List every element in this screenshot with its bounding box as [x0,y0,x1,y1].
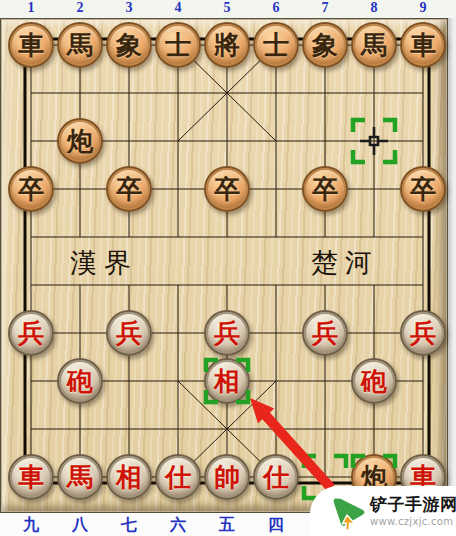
black-piece-卒-f5r4[interactable]: 卒 [204,166,250,212]
black-piece-馬-f8r1[interactable]: 馬 [351,22,397,68]
watermark-logo-icon [330,494,368,532]
black-piece-卒-f7r4[interactable]: 卒 [302,166,348,212]
black-piece-卒-f1r4[interactable]: 卒 [8,166,54,212]
xiangqi-board[interactable] [0,18,448,513]
watermark-title: 铲子手游网 [370,493,456,516]
watermark-url: www.czjxjc.com [370,516,456,527]
black-piece-車-f1r1[interactable]: 車 [8,22,54,68]
top-file-label-9: 9 [420,0,427,16]
red-piece-車-f1r10[interactable]: 車 [8,454,54,500]
top-file-label-8: 8 [371,0,378,16]
bottom-file-label-3: 七 [121,515,137,536]
top-file-label-3: 3 [126,0,133,16]
black-piece-馬-f2r1[interactable]: 馬 [57,22,103,68]
top-file-label-2: 2 [77,0,84,16]
top-coordinate-bar: 123456789 [0,0,456,18]
river-label-hanjie: 漢界 [70,245,138,281]
black-piece-將-f5r1[interactable]: 將 [204,22,250,68]
black-piece-象-f7r1[interactable]: 象 [302,22,348,68]
top-file-label-1: 1 [28,0,35,16]
red-piece-兵-f1r7[interactable]: 兵 [8,310,54,356]
top-file-label-6: 6 [273,0,280,16]
red-piece-兵-f9r7[interactable]: 兵 [400,310,446,356]
red-piece-仕-f6r10[interactable]: 仕 [253,454,299,500]
bottom-file-label-1: 九 [23,515,39,536]
red-piece-兵-f3r7[interactable]: 兵 [106,310,152,356]
black-piece-車-f9r1[interactable]: 車 [400,22,446,68]
black-piece-卒-f9r4[interactable]: 卒 [400,166,446,212]
bottom-file-label-5: 五 [219,515,235,536]
black-piece-士-f4r1[interactable]: 士 [155,22,201,68]
black-piece-炮-f2r3[interactable]: 炮 [57,118,103,164]
red-piece-相-f5r8[interactable]: 相 [204,358,250,404]
black-piece-象-f3r1[interactable]: 象 [106,22,152,68]
red-piece-砲-f2r8[interactable]: 砲 [57,358,103,404]
red-piece-仕-f4r10[interactable]: 仕 [155,454,201,500]
river-label-chuhe: 楚河 [311,245,379,281]
xiangqi-app-screenshot: 123456789 漢界 楚河 車馬象士將士象馬車炮卒卒卒卒卒兵兵兵兵兵砲相砲車… [0,0,456,536]
red-piece-馬-f2r10[interactable]: 馬 [57,454,103,500]
right-edge-strip [448,18,456,513]
bottom-file-label-4: 六 [170,515,186,536]
top-file-label-5: 5 [224,0,231,16]
bottom-file-label-2: 八 [72,515,88,536]
top-file-label-7: 7 [322,0,329,16]
black-piece-士-f6r1[interactable]: 士 [253,22,299,68]
red-piece-兵-f7r7[interactable]: 兵 [302,310,348,356]
bottom-file-label-6: 四 [268,515,284,536]
red-piece-兵-f5r7[interactable]: 兵 [204,310,250,356]
red-piece-相-f3r10[interactable]: 相 [106,454,152,500]
top-file-label-4: 4 [175,0,182,16]
black-piece-卒-f3r4[interactable]: 卒 [106,166,152,212]
red-piece-帥-f5r10[interactable]: 帥 [204,454,250,500]
site-watermark: 铲子手游网 www.czjxjc.com [310,486,456,536]
red-piece-砲-f8r8[interactable]: 砲 [351,358,397,404]
